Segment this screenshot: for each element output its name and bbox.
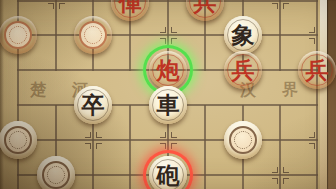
piece-black-soldier[interactable]: 卒 — [74, 86, 112, 124]
piece-red-soldier-2[interactable]: 兵 — [224, 51, 262, 89]
face-down-seal — [42, 161, 70, 189]
board-frame-edge — [327, 0, 336, 189]
face-down-seal — [4, 21, 32, 49]
pieces-layer: 俥兵象炮兵兵卒車砲 — [0, 0, 336, 189]
board-frame-bevel — [320, 0, 327, 189]
piece-black-cannon[interactable]: 砲 — [149, 156, 187, 189]
piece-hidden-black-2[interactable] — [224, 121, 262, 159]
piece-hidden-black-1[interactable] — [0, 121, 37, 159]
piece-black-chariot[interactable]: 車 — [149, 86, 187, 124]
face-down-seal — [4, 126, 32, 154]
piece-red-soldier-3[interactable]: 兵 — [298, 51, 336, 89]
piece-red-cannon[interactable]: 炮 — [149, 51, 187, 89]
piece-black-elephant[interactable]: 象 — [224, 16, 262, 54]
face-down-seal — [79, 21, 107, 49]
piece-red-soldier-1[interactable]: 兵 — [186, 0, 224, 21]
piece-character: 兵 — [194, 0, 217, 13]
piece-character: 兵 — [232, 58, 255, 81]
piece-character: 象 — [232, 23, 255, 46]
piece-character: 炮 — [157, 58, 180, 81]
piece-character: 車 — [157, 93, 180, 116]
piece-character: 卒 — [82, 93, 105, 116]
piece-character: 兵 — [306, 58, 329, 81]
piece-hidden-red-1[interactable] — [0, 16, 37, 54]
piece-hidden-red-2[interactable] — [74, 16, 112, 54]
xiangqi-board[interactable]: 楚河 汉界 俥兵象炮兵兵卒車砲 — [0, 0, 336, 189]
piece-character: 砲 — [157, 163, 180, 186]
face-down-seal — [229, 126, 257, 154]
piece-character: 俥 — [119, 0, 142, 13]
piece-red-chariot[interactable]: 俥 — [111, 0, 149, 21]
piece-hidden-black-3[interactable] — [37, 156, 75, 189]
